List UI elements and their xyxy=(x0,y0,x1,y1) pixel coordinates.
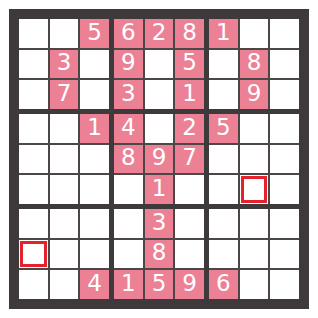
sudoku-cell-r6c1[interactable] xyxy=(19,175,48,204)
sudoku-cell-r8c8[interactable] xyxy=(240,240,269,269)
sudoku-cell-r6c9[interactable] xyxy=(270,175,299,204)
given-digit: 5 xyxy=(216,116,231,139)
sudoku-cell-r2c4[interactable]: 9 xyxy=(114,50,143,79)
given-digit: 9 xyxy=(152,146,167,169)
sudoku-cell-r4c5[interactable] xyxy=(145,114,174,143)
given-digit: 6 xyxy=(121,21,136,44)
sudoku-cell-r7c5[interactable]: 3 xyxy=(145,209,174,238)
given-digit: 5 xyxy=(152,272,167,295)
sudoku-cell-r8c5[interactable]: 8 xyxy=(145,240,174,269)
sudoku-cell-r4c2[interactable] xyxy=(50,114,79,143)
sudoku-cell-r1c6[interactable]: 8 xyxy=(175,19,204,48)
sudoku-cell-r3c4[interactable]: 3 xyxy=(114,80,143,109)
sudoku-cell-r7c9[interactable] xyxy=(270,209,299,238)
sudoku-board: 5628139587319142589713841596 xyxy=(9,9,309,309)
given-digit: 7 xyxy=(57,82,72,105)
sudoku-cell-r8c3[interactable] xyxy=(80,240,109,269)
sudoku-cell-r5c5[interactable]: 9 xyxy=(145,145,174,174)
sudoku-cell-r2c3[interactable] xyxy=(80,50,109,79)
sudoku-cell-r4c9[interactable] xyxy=(270,114,299,143)
given-digit: 8 xyxy=(152,241,167,264)
sudoku-cell-r2c1[interactable] xyxy=(19,50,48,79)
given-digit: 9 xyxy=(182,272,197,295)
sudoku-cell-r9c4[interactable]: 1 xyxy=(114,270,143,299)
given-digit: 4 xyxy=(121,116,136,139)
given-digit: 2 xyxy=(152,21,167,44)
sudoku-cell-r3c7[interactable] xyxy=(209,80,238,109)
sudoku-cell-r5c6[interactable]: 7 xyxy=(175,145,204,174)
given-digit: 4 xyxy=(87,272,102,295)
sudoku-cell-r2c6[interactable]: 5 xyxy=(175,50,204,79)
sudoku-cell-r9c2[interactable] xyxy=(50,270,79,299)
sudoku-cell-r3c5[interactable] xyxy=(145,80,174,109)
given-digit: 6 xyxy=(216,272,231,295)
sudoku-cell-r7c6[interactable] xyxy=(175,209,204,238)
sudoku-cell-r4c6[interactable]: 2 xyxy=(175,114,204,143)
given-digit: 5 xyxy=(87,21,102,44)
given-digit: 8 xyxy=(247,51,262,74)
sudoku-cell-r8c9[interactable] xyxy=(270,240,299,269)
given-digit: 3 xyxy=(152,211,167,234)
sudoku-cell-r2c9[interactable] xyxy=(270,50,299,79)
red-outline-marker xyxy=(20,241,47,268)
red-outline-marker xyxy=(241,176,268,203)
sudoku-cell-r3c9[interactable] xyxy=(270,80,299,109)
sudoku-cell-r9c8[interactable] xyxy=(240,270,269,299)
sudoku-cell-r8c2[interactable] xyxy=(50,240,79,269)
sudoku-cell-r4c8[interactable] xyxy=(240,114,269,143)
sudoku-cell-r5c8[interactable] xyxy=(240,145,269,174)
given-digit: 9 xyxy=(247,82,262,105)
given-digit: 1 xyxy=(87,116,102,139)
sudoku-cell-r7c3[interactable] xyxy=(80,209,109,238)
given-digit: 1 xyxy=(216,21,231,44)
given-digit: 3 xyxy=(121,82,136,105)
sudoku-cell-r6c8[interactable] xyxy=(240,175,269,204)
sudoku-cell-r2c7[interactable] xyxy=(209,50,238,79)
sudoku-cell-r4c4[interactable]: 4 xyxy=(114,114,143,143)
sudoku-cell-r9c9[interactable] xyxy=(270,270,299,299)
sudoku-cell-r9c1[interactable] xyxy=(19,270,48,299)
sudoku-cell-r3c8[interactable]: 9 xyxy=(240,80,269,109)
sudoku-cell-r1c2[interactable] xyxy=(50,19,79,48)
sudoku-cell-r6c7[interactable] xyxy=(209,175,238,204)
given-digit: 8 xyxy=(182,21,197,44)
sudoku-cell-r1c3[interactable]: 5 xyxy=(80,19,109,48)
sudoku-cell-r6c5[interactable]: 1 xyxy=(145,175,174,204)
sudoku-cell-r3c6[interactable]: 1 xyxy=(175,80,204,109)
given-digit: 8 xyxy=(121,146,136,169)
sudoku-cell-r6c6[interactable] xyxy=(175,175,204,204)
sudoku-cell-r6c2[interactable] xyxy=(50,175,79,204)
sudoku-cell-r7c2[interactable] xyxy=(50,209,79,238)
sudoku-cell-r2c2[interactable]: 3 xyxy=(50,50,79,79)
sudoku-cell-r7c7[interactable] xyxy=(209,209,238,238)
sudoku-cell-r1c1[interactable] xyxy=(19,19,48,48)
sudoku-cell-r6c4[interactable] xyxy=(114,175,143,204)
sudoku-cell-r4c3[interactable]: 1 xyxy=(80,114,109,143)
sudoku-cell-r5c9[interactable] xyxy=(270,145,299,174)
given-digit: 2 xyxy=(182,116,197,139)
sudoku-cell-r7c4[interactable] xyxy=(114,209,143,238)
sudoku-cell-r9c5[interactable]: 5 xyxy=(145,270,174,299)
sudoku-cell-r1c8[interactable] xyxy=(240,19,269,48)
sudoku-cell-r7c8[interactable] xyxy=(240,209,269,238)
sudoku-grid: 5628139587319142589713841596 xyxy=(19,19,299,299)
sudoku-cell-r9c3[interactable]: 4 xyxy=(80,270,109,299)
sudoku-cell-r8c4[interactable] xyxy=(114,240,143,269)
sudoku-cell-r5c7[interactable] xyxy=(209,145,238,174)
given-digit: 1 xyxy=(182,82,197,105)
sudoku-cell-r1c4[interactable]: 6 xyxy=(114,19,143,48)
sudoku-cell-r1c5[interactable]: 2 xyxy=(145,19,174,48)
sudoku-cell-r4c7[interactable]: 5 xyxy=(209,114,238,143)
sudoku-cell-r9c7[interactable]: 6 xyxy=(209,270,238,299)
sudoku-cell-r4c1[interactable] xyxy=(19,114,48,143)
sudoku-cell-r8c6[interactable] xyxy=(175,240,204,269)
sudoku-cell-r5c2[interactable] xyxy=(50,145,79,174)
sudoku-cell-r7c1[interactable] xyxy=(19,209,48,238)
sudoku-cell-r8c7[interactable] xyxy=(209,240,238,269)
sudoku-cell-r9c6[interactable]: 9 xyxy=(175,270,204,299)
sudoku-cell-r6c3[interactable] xyxy=(80,175,109,204)
given-digit: 1 xyxy=(152,177,167,200)
given-digit: 7 xyxy=(182,146,197,169)
sudoku-cell-r3c2[interactable]: 7 xyxy=(50,80,79,109)
given-digit: 9 xyxy=(121,51,136,74)
sudoku-cell-r5c1[interactable] xyxy=(19,145,48,174)
given-digit: 5 xyxy=(182,51,197,74)
sudoku-cell-r5c3[interactable] xyxy=(80,145,109,174)
given-digit: 1 xyxy=(121,272,136,295)
given-digit: 3 xyxy=(57,51,72,74)
sudoku-cell-r2c5[interactable] xyxy=(145,50,174,79)
sudoku-cell-r1c9[interactable] xyxy=(270,19,299,48)
sudoku-cell-r5c4[interactable]: 8 xyxy=(114,145,143,174)
sudoku-cell-r3c3[interactable] xyxy=(80,80,109,109)
sudoku-cell-r1c7[interactable]: 1 xyxy=(209,19,238,48)
sudoku-cell-r3c1[interactable] xyxy=(19,80,48,109)
sudoku-cell-r2c8[interactable]: 8 xyxy=(240,50,269,79)
sudoku-cell-r8c1[interactable] xyxy=(19,240,48,269)
